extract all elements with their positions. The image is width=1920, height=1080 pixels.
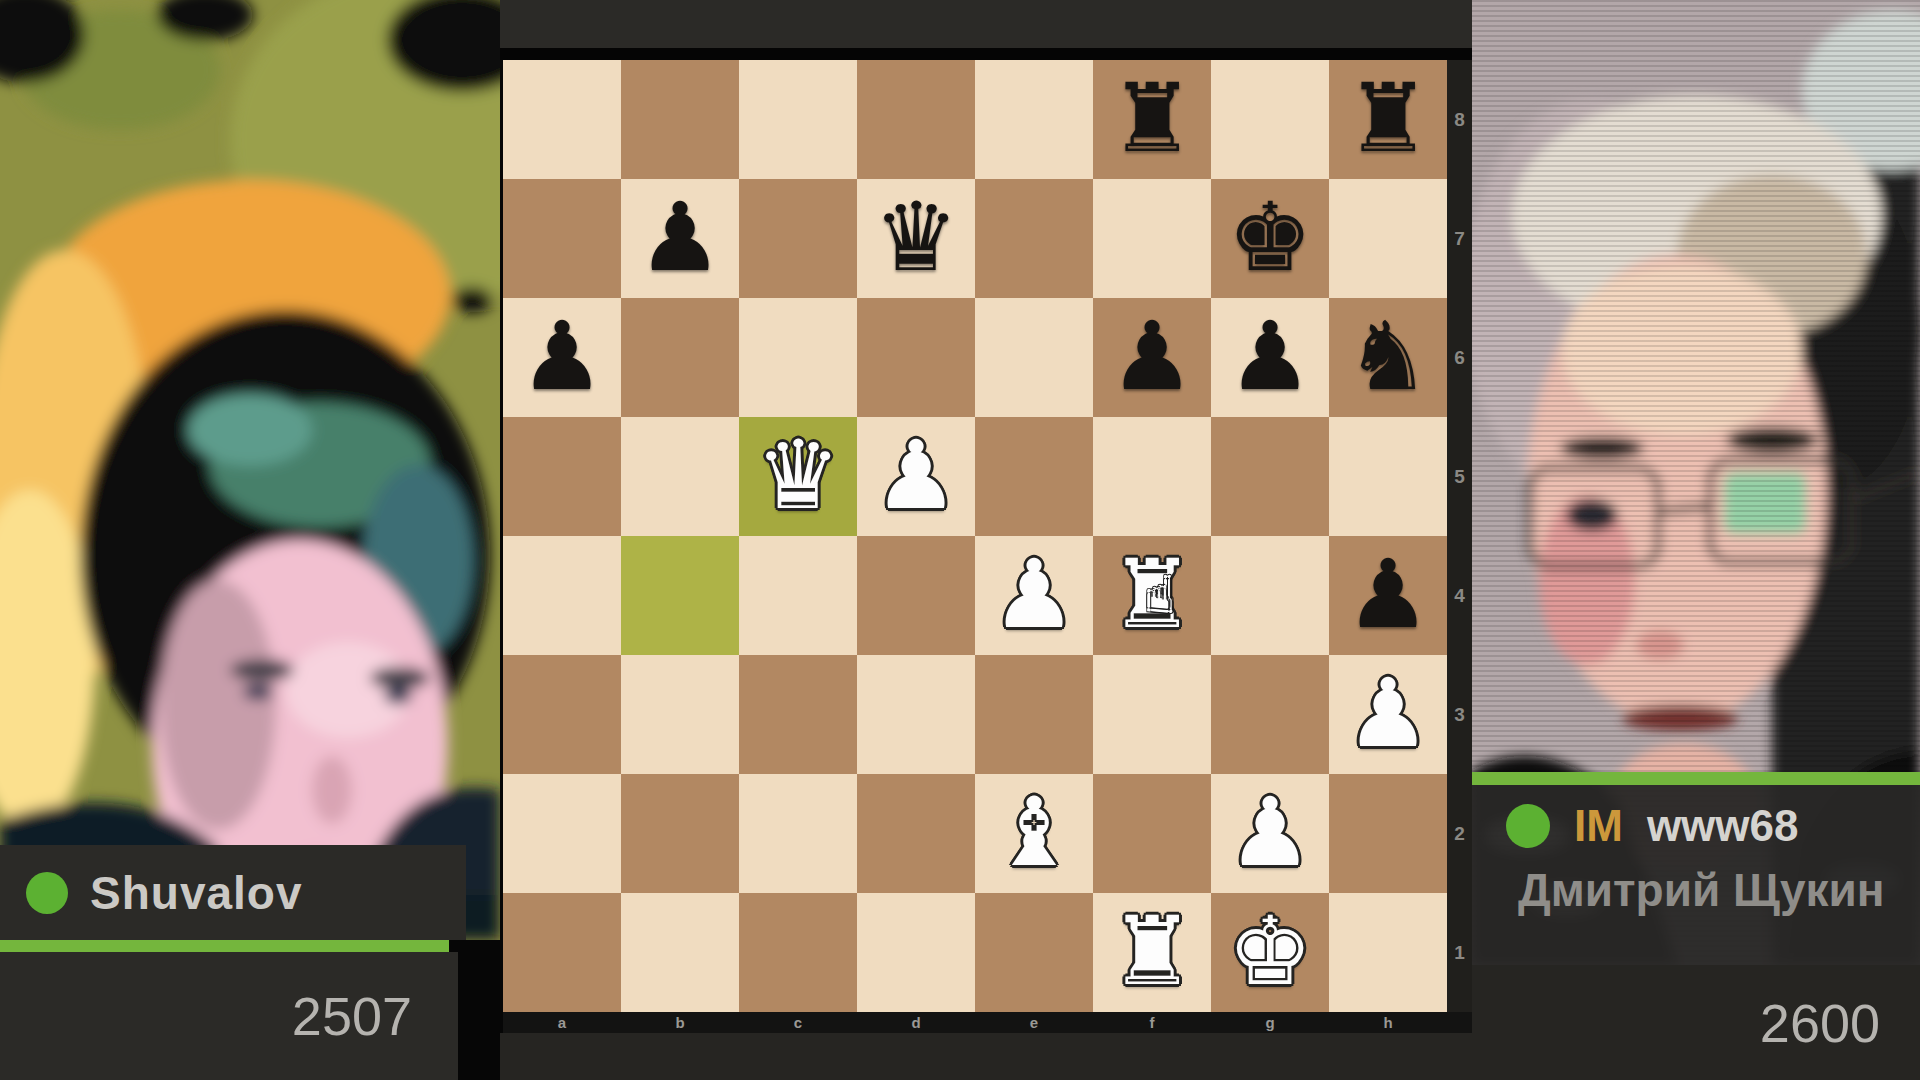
- square-d7[interactable]: ♛: [857, 179, 975, 298]
- white-pawn[interactable]: ♟: [975, 536, 1093, 655]
- board-bottom-frame: [500, 1033, 1472, 1080]
- square-b4[interactable]: [621, 536, 739, 655]
- square-b7[interactable]: ♟: [621, 179, 739, 298]
- square-a6[interactable]: ♟: [503, 298, 621, 417]
- square-f4[interactable]: ♜☝: [1093, 536, 1211, 655]
- square-f5[interactable]: [1093, 417, 1211, 536]
- square-d4[interactable]: [857, 536, 975, 655]
- square-d2[interactable]: [857, 774, 975, 893]
- black-pawn[interactable]: ♟: [621, 179, 739, 298]
- file-label-g: g: [1211, 1012, 1329, 1033]
- square-e1[interactable]: [975, 893, 1093, 1012]
- square-c7[interactable]: [739, 179, 857, 298]
- square-d5[interactable]: ♟: [857, 417, 975, 536]
- square-g1[interactable]: ♚: [1211, 893, 1329, 1012]
- square-g7[interactable]: ♚: [1211, 179, 1329, 298]
- square-a1[interactable]: [503, 893, 621, 1012]
- stream-stage: Shuvalov 2507 ♜♜♟♛♚♟♟♟♞♛♟♟♜☝♟♟♝♟♜♚ 87654…: [0, 0, 1920, 1080]
- left-player-rating: 2507: [292, 985, 412, 1047]
- square-h8[interactable]: ♜: [1329, 60, 1447, 179]
- square-e2[interactable]: ♝: [975, 774, 1093, 893]
- square-h6[interactable]: ♞: [1329, 298, 1447, 417]
- square-h5[interactable]: [1329, 417, 1447, 536]
- black-pawn[interactable]: ♟: [1211, 298, 1329, 417]
- black-rook[interactable]: ♜: [1329, 60, 1447, 179]
- square-c8[interactable]: [739, 60, 857, 179]
- chess-board[interactable]: ♜♜♟♛♚♟♟♟♞♛♟♟♜☝♟♟♝♟♜♚: [503, 60, 1447, 1012]
- black-queen[interactable]: ♛: [857, 179, 975, 298]
- left-webcam-video: [0, 0, 500, 940]
- square-f3[interactable]: [1093, 655, 1211, 774]
- square-h7[interactable]: [1329, 179, 1447, 298]
- square-b5[interactable]: [621, 417, 739, 536]
- black-pawn[interactable]: ♟: [1093, 298, 1211, 417]
- square-f7[interactable]: [1093, 179, 1211, 298]
- left-webcam-portrait: [0, 0, 500, 940]
- file-label-b: b: [621, 1012, 739, 1033]
- square-f1[interactable]: ♜: [1093, 893, 1211, 1012]
- file-label-e: e: [975, 1012, 1093, 1033]
- black-king[interactable]: ♚: [1211, 179, 1329, 298]
- hand-cursor-icon: ☝: [1145, 566, 1175, 624]
- board-top-edge: [500, 48, 1472, 60]
- rank-label-1: 1: [1447, 893, 1472, 1012]
- square-h1[interactable]: [1329, 893, 1447, 1012]
- left-progress-bar: [0, 940, 449, 952]
- rank-label-6: 6: [1447, 298, 1472, 417]
- left-player-name: Shuvalov: [90, 866, 303, 920]
- square-a7[interactable]: [503, 179, 621, 298]
- file-label-f: f: [1093, 1012, 1211, 1033]
- right-player-fullname: Дмитрий Щукин: [1518, 863, 1920, 917]
- square-e8[interactable]: [975, 60, 1093, 179]
- square-b1[interactable]: [621, 893, 739, 1012]
- white-pawn[interactable]: ♟: [1329, 655, 1447, 774]
- square-a2[interactable]: [503, 774, 621, 893]
- square-d1[interactable]: [857, 893, 975, 1012]
- right-player-rating: 2600: [1760, 992, 1880, 1054]
- file-label-d: d: [857, 1012, 975, 1033]
- square-c3[interactable]: [739, 655, 857, 774]
- square-d6[interactable]: [857, 298, 975, 417]
- square-a3[interactable]: [503, 655, 621, 774]
- square-e6[interactable]: [975, 298, 1093, 417]
- right-rating-panel: 2600: [1472, 965, 1920, 1080]
- white-pawn[interactable]: ♟: [1211, 774, 1329, 893]
- square-e5[interactable]: [975, 417, 1093, 536]
- square-b3[interactable]: [621, 655, 739, 774]
- square-g5[interactable]: [1211, 417, 1329, 536]
- square-e3[interactable]: [975, 655, 1093, 774]
- board-top-frame: [500, 0, 1472, 48]
- left-rating-panel: 2507: [0, 952, 458, 1080]
- right-player-username: www68: [1647, 801, 1799, 851]
- right-player-title: IM: [1574, 801, 1623, 851]
- left-online-dot-icon: [26, 872, 68, 914]
- right-player-bar: IM www68 Дмитрий Щукин: [1472, 785, 1920, 965]
- square-g2[interactable]: ♟: [1211, 774, 1329, 893]
- square-a4[interactable]: [503, 536, 621, 655]
- file-label-h: h: [1329, 1012, 1447, 1033]
- square-g6[interactable]: ♟: [1211, 298, 1329, 417]
- rank-label-8: 8: [1447, 60, 1472, 179]
- file-label-a: a: [503, 1012, 621, 1033]
- rank-label-7: 7: [1447, 179, 1472, 298]
- square-a8[interactable]: [503, 60, 621, 179]
- square-f2[interactable]: [1093, 774, 1211, 893]
- white-queen[interactable]: ♛: [739, 417, 857, 536]
- black-pawn[interactable]: ♟: [1329, 536, 1447, 655]
- square-b6[interactable]: [621, 298, 739, 417]
- square-h4[interactable]: ♟: [1329, 536, 1447, 655]
- white-bishop[interactable]: ♝: [975, 774, 1093, 893]
- square-g3[interactable]: [1211, 655, 1329, 774]
- rank-label-4: 4: [1447, 536, 1472, 655]
- left-player-bar: Shuvalov: [0, 845, 466, 940]
- black-pawn[interactable]: ♟: [503, 298, 621, 417]
- square-c5[interactable]: ♛: [739, 417, 857, 536]
- rank-label-3: 3: [1447, 655, 1472, 774]
- square-c4[interactable]: [739, 536, 857, 655]
- square-c2[interactable]: [739, 774, 857, 893]
- white-king[interactable]: ♚: [1211, 893, 1329, 1012]
- square-e4[interactable]: ♟: [975, 536, 1093, 655]
- square-g8[interactable]: [1211, 60, 1329, 179]
- square-e7[interactable]: [975, 179, 1093, 298]
- white-pawn[interactable]: ♟: [857, 417, 975, 536]
- board-column: ♜♜♟♛♚♟♟♟♞♛♟♟♜☝♟♟♝♟♜♚ 87654321 abcdefgh: [500, 0, 1472, 1080]
- square-c1[interactable]: [739, 893, 857, 1012]
- square-b8[interactable]: [621, 60, 739, 179]
- white-rook[interactable]: ♜: [1093, 893, 1211, 1012]
- square-d3[interactable]: [857, 655, 975, 774]
- black-rook[interactable]: ♜: [1093, 60, 1211, 179]
- square-h3[interactable]: ♟: [1329, 655, 1447, 774]
- right-online-dot-icon: [1506, 804, 1550, 848]
- square-h2[interactable]: [1329, 774, 1447, 893]
- square-f6[interactable]: ♟: [1093, 298, 1211, 417]
- file-coordinates: abcdefgh: [503, 1012, 1472, 1033]
- square-c6[interactable]: [739, 298, 857, 417]
- square-a5[interactable]: [503, 417, 621, 536]
- square-f8[interactable]: ♜: [1093, 60, 1211, 179]
- rank-label-5: 5: [1447, 417, 1472, 536]
- square-d8[interactable]: [857, 60, 975, 179]
- square-b2[interactable]: [621, 774, 739, 893]
- file-label-c: c: [739, 1012, 857, 1033]
- rank-coordinates: 87654321: [1447, 60, 1472, 1012]
- right-progress-bar: [1472, 772, 1920, 785]
- square-g4[interactable]: [1211, 536, 1329, 655]
- rank-label-2: 2: [1447, 774, 1472, 893]
- black-knight[interactable]: ♞: [1329, 298, 1447, 417]
